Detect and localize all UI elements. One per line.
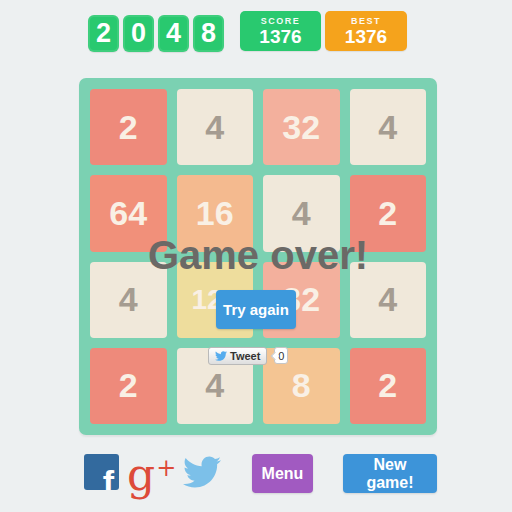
twitter-icon[interactable] (181, 453, 223, 491)
twitter-bird-icon (215, 350, 227, 362)
tile-32: 32 (263, 89, 340, 165)
tile-4: 4 (177, 89, 254, 165)
tweet-widget: Tweet 0 (208, 347, 288, 365)
app-window: 2 0 4 8 SCORE 1376 BEST 1376 24324641642… (0, 0, 512, 512)
tweet-button[interactable]: Tweet (208, 347, 267, 365)
tweet-count[interactable]: 0 (274, 347, 288, 364)
google-plus-icon[interactable]: g+ (127, 446, 176, 497)
try-again-button[interactable]: Try again (216, 290, 296, 329)
best-box: BEST 1376 (325, 11, 407, 51)
game-over-title: Game over! (79, 231, 437, 279)
tile-2: 2 (90, 348, 167, 424)
best-value: 1376 (345, 26, 387, 47)
logo-2048: 2 0 4 8 (88, 15, 224, 52)
score-label: SCORE (261, 16, 301, 26)
tile-2: 2 (350, 348, 427, 424)
score-value: 1376 (259, 26, 301, 47)
tile-2: 2 (90, 89, 167, 165)
tweet-label: Tweet (230, 350, 260, 362)
best-label: BEST (351, 16, 381, 26)
logo-tile: 4 (158, 15, 189, 52)
tile-4: 4 (350, 89, 427, 165)
score-box: SCORE 1376 (240, 11, 321, 51)
new-game-button[interactable]: New game! (343, 454, 437, 493)
logo-tile: 0 (123, 15, 154, 52)
menu-button[interactable]: Menu (252, 454, 313, 493)
facebook-icon[interactable]: f (84, 454, 119, 490)
logo-tile: 2 (88, 15, 119, 52)
logo-tile: 8 (193, 15, 224, 52)
